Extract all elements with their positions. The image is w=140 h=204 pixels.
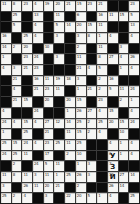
cell-r2c3[interactable]: 4 xyxy=(33,22,43,32)
cell-r10c6[interactable]: 1 xyxy=(65,108,75,118)
cell-r5c3[interactable]: 24 xyxy=(33,54,43,64)
cell-r17c4[interactable]: 20 xyxy=(44,183,54,193)
code-number: 23 xyxy=(23,54,27,59)
cell-r6c11[interactable]: 1 xyxy=(119,65,129,75)
cell-r12c7[interactable]: 15 xyxy=(76,129,86,139)
cell-r4c0[interactable]: 14 xyxy=(1,44,11,54)
cell-r16c1[interactable]: 8 xyxy=(12,172,22,182)
cell-r9c7[interactable]: 15 xyxy=(76,97,86,107)
code-number: 2 xyxy=(13,44,15,49)
cell-r13c2[interactable]: 24 xyxy=(22,140,32,150)
cell-r0c5[interactable]: 20 xyxy=(54,1,64,11)
cell-r9c12[interactable]: 1 xyxy=(129,97,139,107)
cell-r17c5[interactable]: 21 xyxy=(54,183,64,193)
cell-r17c6 xyxy=(65,183,75,193)
cell-r4c7[interactable]: 2 xyxy=(76,44,86,54)
cell-r12c4[interactable]: 21 xyxy=(44,129,54,139)
code-number: 2 xyxy=(98,76,100,81)
cell-r11c6[interactable]: 14 xyxy=(65,119,75,129)
cell-r8c1[interactable]: 4 xyxy=(12,86,22,96)
cell-r9c5 xyxy=(54,97,64,107)
cell-r15c1[interactable]: 2 xyxy=(12,161,22,171)
code-number: 4 xyxy=(109,193,111,198)
cell-r1c1[interactable]: 25 xyxy=(12,12,22,22)
cell-r6c12[interactable]: 4 xyxy=(129,65,139,75)
cell-r18c0[interactable]: 25 xyxy=(1,193,11,203)
code-number: 11 xyxy=(77,54,81,59)
cell-r8c5[interactable]: 11 xyxy=(54,86,64,96)
cell-r18c10[interactable]: 4 xyxy=(108,193,118,203)
code-number: 14 xyxy=(130,172,134,177)
cell-r12c11[interactable]: 10 xyxy=(119,129,129,139)
cell-r8c11[interactable]: 11 xyxy=(119,86,129,96)
cell-r14c4[interactable]: 17 xyxy=(44,151,54,161)
cell-r13c11[interactable]: 1 xyxy=(119,140,129,150)
cell-r16c11[interactable]: 27 xyxy=(119,172,129,182)
cell-r11c9[interactable]: 25 xyxy=(97,119,107,129)
cell-r3c12[interactable]: 4 xyxy=(129,33,139,43)
cell-r4c4[interactable]: 10 xyxy=(44,44,54,54)
code-number: 11 xyxy=(23,172,27,177)
cell-r15c8[interactable]: 3 xyxy=(87,161,97,171)
cell-r4c10 xyxy=(108,44,118,54)
cell-r0c9[interactable]: 21 xyxy=(97,1,107,11)
cell-r12c9[interactable]: 4 xyxy=(97,129,107,139)
code-number: 14 xyxy=(66,119,70,124)
cell-r8c12[interactable]: 24 xyxy=(129,86,139,96)
cell-r18c6[interactable]: 22 xyxy=(65,193,75,203)
cell-r1c5[interactable]: 11 xyxy=(54,12,64,22)
cell-r3c3[interactable]: 4 xyxy=(33,33,43,43)
code-number: 21 xyxy=(13,97,17,102)
cell-r15c2 xyxy=(22,161,32,171)
cell-r3c8[interactable]: 8 xyxy=(87,33,97,43)
cell-r7c4[interactable]: 11 xyxy=(44,76,54,86)
cell-r18c9[interactable]: 1 xyxy=(97,193,107,203)
cell-r5c0[interactable]: 1 xyxy=(1,54,11,64)
cell-r9c4[interactable]: 20 xyxy=(44,97,54,107)
cell-r16c0[interactable]: 11 xyxy=(1,172,11,182)
code-number: 23 xyxy=(88,1,92,6)
cell-r16c12[interactable]: 14 xyxy=(129,172,139,182)
cell-r9c6[interactable]: 20 xyxy=(65,97,75,107)
code-number: 3 xyxy=(2,183,4,188)
cell-r14c8 xyxy=(87,151,97,161)
code-number: 20 xyxy=(77,193,81,198)
cell-r16c2[interactable]: 11 xyxy=(22,172,32,182)
code-number: 2 xyxy=(88,119,90,124)
cell-r13c7[interactable]: 25 xyxy=(76,140,86,150)
code-number: 20 xyxy=(109,119,113,124)
cell-r9c8 xyxy=(87,97,97,107)
code-number: 1 xyxy=(120,151,122,156)
code-number: 10 xyxy=(77,151,81,156)
cell-r11c8[interactable]: 2 xyxy=(87,119,97,129)
cell-r13c4[interactable]: 23 xyxy=(44,140,54,150)
cell-r0c12[interactable]: 23 xyxy=(129,1,139,11)
cell-r1c8 xyxy=(87,12,97,22)
code-number: 21 xyxy=(98,1,102,6)
cell-r12c6[interactable]: 11 xyxy=(65,129,75,139)
cell-r5c11[interactable]: 4 xyxy=(119,54,129,64)
cell-r16c5[interactable]: 1 xyxy=(54,172,64,182)
code-number: 11 xyxy=(66,129,70,134)
cell-r16c3[interactable]: 3 xyxy=(33,172,43,182)
code-number: 26 xyxy=(130,54,134,59)
cell-r13c5[interactable]: 25 xyxy=(54,140,64,150)
cell-r10c10[interactable]: 15 xyxy=(108,108,118,118)
codeword-page: 1182341920211523212325131161611155545142… xyxy=(0,0,140,204)
cell-r3c9[interactable]: 1 xyxy=(97,33,107,43)
cell-r4c2[interactable]: 20 xyxy=(22,44,32,54)
code-number: 15 xyxy=(120,12,124,17)
cell-r10c8[interactable]: 27 xyxy=(87,108,97,118)
cell-r1c11[interactable]: 15 xyxy=(119,12,129,22)
cell-r17c3[interactable]: 11 xyxy=(33,183,43,193)
code-number: 25 xyxy=(23,33,27,38)
cell-r3c2[interactable]: 25 xyxy=(22,33,32,43)
code-number: 14 xyxy=(2,44,6,49)
cell-r3c0[interactable]: 16 xyxy=(1,33,11,43)
code-number: 3 xyxy=(34,172,36,177)
cell-r13c12[interactable]: 4 xyxy=(129,140,139,150)
code-number: 5 xyxy=(13,22,15,27)
cell-r17c11[interactable]: 14 xyxy=(119,183,129,193)
code-number: 25 xyxy=(77,119,81,124)
cell-r6c10 xyxy=(108,65,118,75)
codeword-grid: 1182341920211523212325131161611155545142… xyxy=(0,0,140,204)
cell-r7c10[interactable]: 16 xyxy=(108,76,118,86)
code-number: 4 xyxy=(34,33,36,38)
cell-r12c12 xyxy=(129,129,139,139)
cell-r7c8 xyxy=(87,76,97,86)
code-number: 15 xyxy=(77,129,81,134)
cell-r0c10 xyxy=(108,1,118,11)
cell-r10c2 xyxy=(22,108,32,118)
cell-r1c2 xyxy=(22,12,32,22)
code-number: 4 xyxy=(109,140,111,145)
cell-r5c10[interactable]: 27 xyxy=(108,54,118,64)
cell-r7c3[interactable]: 16 xyxy=(33,76,43,86)
cell-r9c2[interactable]: 15 xyxy=(22,97,32,107)
cell-r0c6[interactable]: 21 xyxy=(65,1,75,11)
code-number: 24 xyxy=(2,151,6,156)
cell-r15c12 xyxy=(129,161,139,171)
code-number: 5 xyxy=(130,12,132,17)
cell-r8c0 xyxy=(1,86,11,96)
code-number: 22 xyxy=(66,193,70,198)
cell-r18c4[interactable]: 3 xyxy=(44,193,54,203)
code-number: 4 xyxy=(2,65,4,70)
cell-r8c7[interactable]: 1 xyxy=(76,86,86,96)
cell-r1c7[interactable]: 6 xyxy=(76,12,86,22)
code-number: 4 xyxy=(98,129,100,134)
code-number: 14 xyxy=(120,183,124,188)
cell-r14c1[interactable]: 25 xyxy=(12,151,22,161)
cell-r7c11 xyxy=(119,76,129,86)
cell-r10c3[interactable]: 24 xyxy=(33,108,43,118)
code-number: 3 xyxy=(45,193,47,198)
cell-r11c5[interactable]: 12 xyxy=(54,119,64,129)
cell-r3c7[interactable]: 3 xyxy=(76,33,86,43)
cell-r1c9[interactable]: 16 xyxy=(97,12,107,22)
cell-r0c2[interactable]: 23 xyxy=(22,1,32,11)
cell-r16c8[interactable]: 3 xyxy=(87,172,97,182)
code-number: 25 xyxy=(130,193,134,198)
cell-r17c10[interactable]: 26 xyxy=(108,183,118,193)
code-number: 3 xyxy=(88,172,90,177)
cell-r5c12[interactable]: 26 xyxy=(129,54,139,64)
cell-r14c7[interactable]: 10 xyxy=(76,151,86,161)
code-number: 25 xyxy=(2,193,6,198)
cell-r5c5[interactable]: 3 xyxy=(54,54,64,64)
cell-r10c4 xyxy=(44,108,54,118)
cell-r3c1 xyxy=(12,33,22,43)
cell-r11c11[interactable]: 15 xyxy=(119,119,129,129)
cell-r13c10[interactable]: 4 xyxy=(108,140,118,150)
cell-r5c1 xyxy=(12,54,22,64)
cell-r15c7[interactable]: 1 xyxy=(76,161,86,171)
cell-r7c6[interactable]: 18 xyxy=(65,76,75,86)
cell-r2c12[interactable]: 13 xyxy=(129,22,139,32)
code-number: 15 xyxy=(23,119,27,124)
cell-r6c1[interactable]: 3 xyxy=(12,65,22,75)
cell-r11c10[interactable]: 20 xyxy=(108,119,118,129)
code-number: 3 xyxy=(77,76,79,81)
cell-r13c0[interactable]: 25 xyxy=(1,140,11,150)
code-number: 19 xyxy=(45,1,49,6)
code-number: 21 xyxy=(88,86,92,91)
cell-r7c7[interactable]: 3 xyxy=(76,76,86,86)
code-number: 23 xyxy=(34,65,38,70)
code-number: 23 xyxy=(45,86,49,91)
cell-r6c8[interactable]: 4 xyxy=(87,65,97,75)
cell-r18c8[interactable]: 5 xyxy=(87,193,97,203)
cell-r2c6[interactable]: 14 xyxy=(65,22,75,32)
cell-r2c7[interactable]: 20 xyxy=(76,22,86,32)
cell-r6c2[interactable]: 21 xyxy=(22,65,32,75)
cell-r7c9[interactable]: 2 xyxy=(97,76,107,86)
cell-r1c10[interactable]: 11 xyxy=(108,12,118,22)
code-number: 24 xyxy=(130,86,134,91)
cell-r5c2[interactable]: 23 xyxy=(22,54,32,64)
code-number: 4 xyxy=(13,86,15,91)
cell-r16c10[interactable]: 18И xyxy=(108,172,118,182)
code-number: 15 xyxy=(77,1,81,6)
cell-r15c0 xyxy=(1,161,11,171)
cell-r17c0[interactable]: 3 xyxy=(1,183,11,193)
cell-r5c8 xyxy=(87,54,97,64)
code-number: 2 xyxy=(66,151,68,156)
cell-r2c5[interactable]: 5 xyxy=(54,22,64,32)
code-number: 16 xyxy=(2,33,6,38)
cell-r11c7[interactable]: 25 xyxy=(76,119,86,129)
cell-r11c4[interactable]: 27 xyxy=(44,119,54,129)
code-number: 8 xyxy=(13,1,15,6)
code-number: 3 xyxy=(55,54,57,59)
cell-r11c3[interactable]: 4 xyxy=(33,119,43,129)
cell-r9c3 xyxy=(33,97,43,107)
cell-r11c1[interactable]: 4 xyxy=(12,119,22,129)
cell-r8c8[interactable]: 21 xyxy=(87,86,97,96)
code-number: 4 xyxy=(34,140,36,145)
cell-r0c3[interactable]: 4 xyxy=(33,1,43,11)
cell-r0c7[interactable]: 15 xyxy=(76,1,86,11)
code-number: 20 xyxy=(77,22,81,27)
cell-r18c1[interactable]: 2 xyxy=(12,193,22,203)
cell-r15c9 xyxy=(97,161,107,171)
cell-r1c6 xyxy=(65,12,75,22)
cell-r6c9[interactable]: 5 xyxy=(97,65,107,75)
cell-r6c5 xyxy=(54,65,64,75)
cell-r15c5[interactable]: 11 xyxy=(54,161,64,171)
cell-r5c7[interactable]: 11 xyxy=(76,54,86,64)
cell-r14c0[interactable]: 24 xyxy=(1,151,11,161)
cell-r11c2[interactable]: 15 xyxy=(22,119,32,129)
code-number: 27 xyxy=(88,108,92,113)
cell-r4c9[interactable]: 11 xyxy=(97,44,107,54)
cell-r4c5 xyxy=(54,44,64,54)
code-number: 1 xyxy=(130,97,132,102)
code-number: 15 xyxy=(120,119,124,124)
cell-r15c4[interactable]: 5 xyxy=(44,161,54,171)
cell-r6c0[interactable]: 4 xyxy=(1,65,11,75)
code-number: 27 xyxy=(45,119,49,124)
code-number: 24 xyxy=(2,119,6,124)
cell-r6c3[interactable]: 23 xyxy=(33,65,43,75)
cell-r18c3 xyxy=(33,193,43,203)
cell-r10c7[interactable]: 26 xyxy=(76,108,86,118)
code-number: 5 xyxy=(109,86,111,91)
code-number: 11 xyxy=(55,12,59,17)
cell-r18c2[interactable]: 4 xyxy=(22,193,32,203)
code-number: 10 xyxy=(45,44,49,49)
cell-r7c1[interactable]: 21 xyxy=(12,76,22,86)
cell-r9c0 xyxy=(1,97,11,107)
cell-r8c9[interactable]: 2 xyxy=(97,86,107,96)
cell-r12c3 xyxy=(33,129,43,139)
cell-r11c0[interactable]: 24 xyxy=(1,119,11,129)
code-number: 14 xyxy=(66,22,70,27)
cell-r5c9[interactable]: 8 xyxy=(97,54,107,64)
cell-r8c6 xyxy=(65,86,75,96)
cell-r12c8[interactable]: 2 xyxy=(87,129,97,139)
code-number: 23 xyxy=(23,1,27,6)
cell-r13c1[interactable]: 15 xyxy=(12,140,22,150)
cell-r16c6[interactable]: 25 xyxy=(65,172,75,182)
code-number: 13 xyxy=(34,12,38,17)
cell-r12c2[interactable]: 25 xyxy=(22,129,32,139)
cell-r16c4[interactable]: 11 xyxy=(44,172,54,182)
code-number: 4 xyxy=(13,119,15,124)
cell-r7c5[interactable]: 19 xyxy=(54,76,64,86)
cell-r0c1[interactable]: 8 xyxy=(12,1,22,11)
code-number: 20 xyxy=(55,1,59,6)
cell-r6c6 xyxy=(65,65,75,75)
code-number: 21 xyxy=(55,183,59,188)
cell-r10c9[interactable]: 4 xyxy=(97,108,107,118)
code-number: 25 xyxy=(2,140,6,145)
cell-r13c8 xyxy=(87,140,97,150)
cell-r14c2[interactable]: 11 xyxy=(22,151,32,161)
cell-r8c3[interactable]: 21 xyxy=(33,86,43,96)
cell-r0c0[interactable]: 11 xyxy=(1,1,11,11)
cell-r9c1[interactable]: 21 xyxy=(12,97,22,107)
code-number: 4 xyxy=(130,140,132,145)
cell-r14c6[interactable]: 2 xyxy=(65,151,75,161)
cell-r2c8[interactable]: 15 xyxy=(87,22,97,32)
code-number: 11 xyxy=(109,12,113,17)
cell-r18c5 xyxy=(54,193,64,203)
cell-r15c3[interactable]: 24 xyxy=(33,161,43,171)
cell-r17c7[interactable]: 2 xyxy=(76,183,86,193)
cell-r13c3[interactable]: 4 xyxy=(33,140,43,150)
code-number: 19 xyxy=(55,76,59,81)
cell-r18c7[interactable]: 20 xyxy=(76,193,86,203)
code-number: 4 xyxy=(98,108,100,113)
code-number: 24 xyxy=(23,140,27,145)
cell-r10c11 xyxy=(119,108,129,118)
code-number: 4 xyxy=(34,22,36,27)
cell-r8c4[interactable]: 23 xyxy=(44,86,54,96)
cell-r1c3[interactable]: 13 xyxy=(33,12,43,22)
cell-r1c4 xyxy=(44,12,54,22)
cell-r9c9[interactable]: 23 xyxy=(97,97,107,107)
cell-r6c7[interactable]: 21 xyxy=(76,65,86,75)
cell-r2c9[interactable]: 11 xyxy=(97,22,107,32)
code-number: 1 xyxy=(77,161,79,166)
cell-r14c11[interactable]: 1 xyxy=(119,151,129,161)
cell-r1c12[interactable]: 5 xyxy=(129,12,139,22)
cell-r16c7[interactable]: 26 xyxy=(76,172,86,182)
cell-r14c12[interactable]: 4 xyxy=(129,151,139,161)
code-number: 11 xyxy=(2,172,6,177)
code-number: 4 xyxy=(130,151,132,156)
code-number: 4 xyxy=(34,1,36,6)
cell-r10c12[interactable]: 4 xyxy=(129,108,139,118)
cell-r6c4 xyxy=(44,65,54,75)
cell-r0c8[interactable]: 23 xyxy=(87,1,97,11)
cell-r9c11[interactable]: 2 xyxy=(119,97,129,107)
cell-r8c10[interactable]: 5 xyxy=(108,86,118,96)
cell-r17c2[interactable]: 26 xyxy=(22,183,32,193)
code-number: 4 xyxy=(2,108,4,113)
code-number: 26 xyxy=(77,172,81,177)
cell-r18c12[interactable]: 25 xyxy=(129,193,139,203)
cell-r3c10[interactable]: 4 xyxy=(108,33,118,43)
code-number: 3 xyxy=(55,33,57,38)
cell-r4c1[interactable]: 2 xyxy=(12,44,22,54)
cell-r13c6[interactable]: 11 xyxy=(65,140,75,150)
cell-r15c6 xyxy=(65,161,75,171)
code-number: 21 xyxy=(23,65,27,70)
code-number: 11 xyxy=(45,172,49,177)
cell-r2c4 xyxy=(44,22,54,32)
cell-r14c10[interactable]: 6У xyxy=(108,151,118,161)
cell-r0c4[interactable]: 19 xyxy=(44,1,54,11)
cell-r0c11 xyxy=(119,1,129,11)
cell-r4c11[interactable]: 3 xyxy=(119,44,129,54)
code-number: 4 xyxy=(88,65,90,70)
cell-r3c5[interactable]: 3 xyxy=(54,33,64,43)
cell-r15c10[interactable]: 3З xyxy=(108,161,118,171)
cell-r12c0[interactable]: 1 xyxy=(1,129,11,139)
code-number: 25 xyxy=(98,119,102,124)
cell-r10c0[interactable]: 4 xyxy=(1,108,11,118)
cell-r2c1[interactable]: 5 xyxy=(12,22,22,32)
code-number: 15 xyxy=(23,97,27,102)
cell-r11c12[interactable]: 24 xyxy=(129,119,139,129)
